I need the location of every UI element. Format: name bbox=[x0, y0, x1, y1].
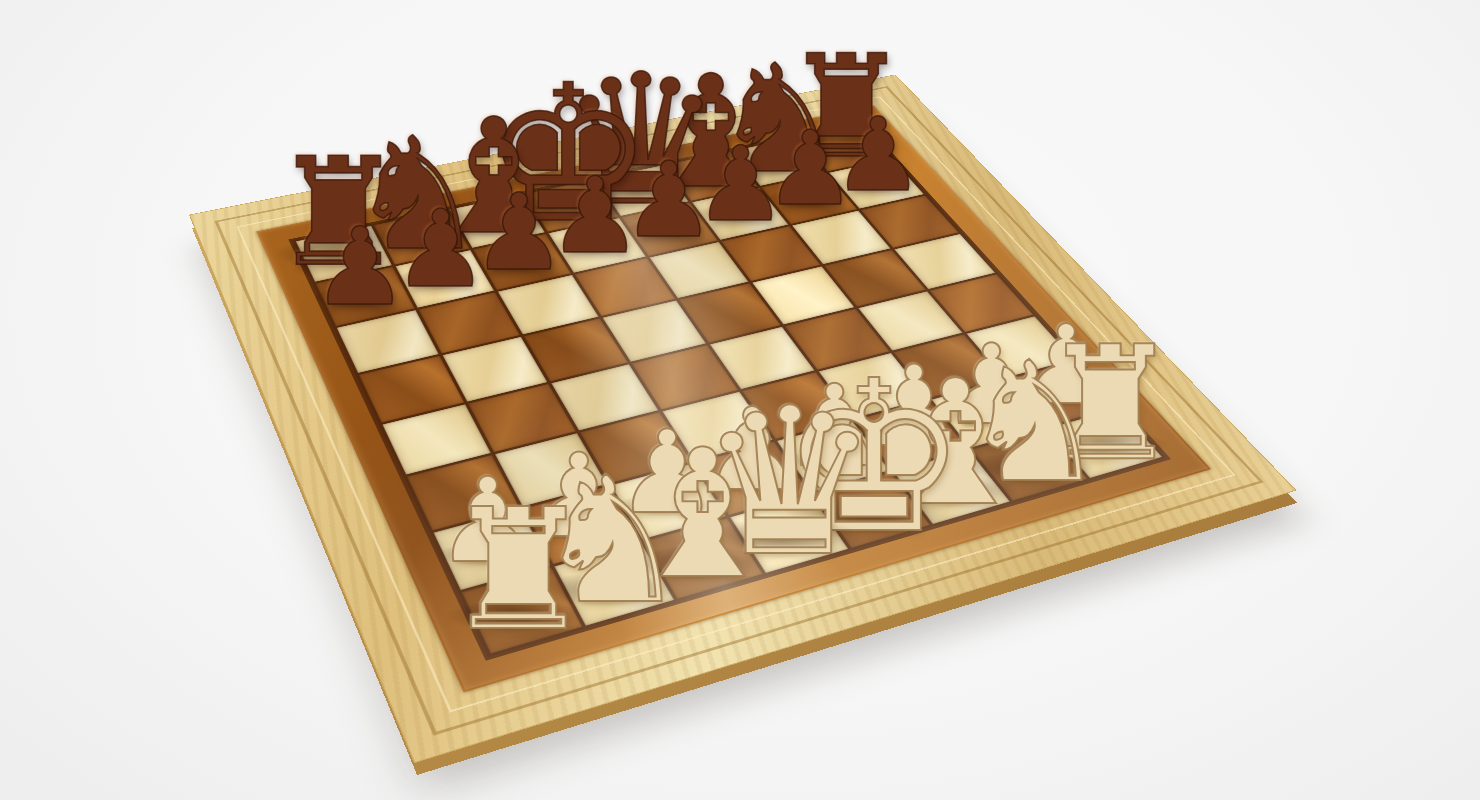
scene: ♜♞♝♟♛♟♚♟♝♟♞♟♜♟♟♟♟♟♟♜♟♞♟♝♟♚♟♛♟♝♞♜ bbox=[0, 0, 1480, 800]
